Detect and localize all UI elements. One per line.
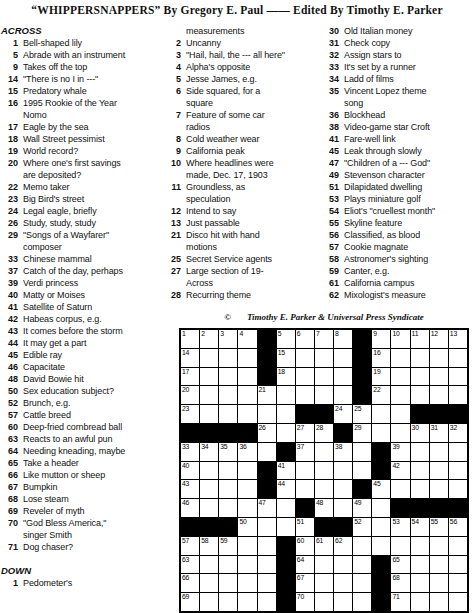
cell-number: 53 [392, 518, 399, 526]
grid-cell[interactable] [238, 349, 256, 367]
clue-text: Eliot's "cruellest month" [344, 205, 473, 217]
grid-cell[interactable] [372, 518, 390, 536]
clue-number: 52 [1, 397, 18, 409]
grid-cell[interactable] [411, 537, 429, 555]
grid-cell[interactable] [258, 405, 276, 423]
grid-cell[interactable] [391, 386, 409, 404]
clue-text: Takes off the top [23, 61, 164, 73]
grid-cell[interactable]: 33 [181, 443, 199, 461]
clue-item: 60Deep-fried cornbread ball [1, 421, 164, 433]
clue-text: Secret Service agents [186, 253, 323, 265]
grid-cell[interactable]: 63 [181, 556, 199, 574]
grid-cell[interactable] [430, 574, 448, 592]
clue-number [166, 25, 181, 37]
clue-text: Eagle by the sea [23, 121, 164, 133]
black-square [334, 424, 352, 442]
grid-cell[interactable] [258, 556, 276, 574]
grid-cell[interactable] [334, 499, 352, 517]
black-square [449, 499, 467, 517]
black-square [181, 518, 199, 536]
grid-cell[interactable] [372, 405, 390, 423]
grid-cell[interactable] [449, 349, 467, 367]
grid-cell[interactable] [200, 556, 218, 574]
clue-number: 65 [1, 457, 18, 469]
grid-cell[interactable] [258, 518, 276, 536]
grid-cell[interactable]: 14 [181, 349, 199, 367]
grid-cell[interactable] [296, 349, 314, 367]
grid-cell[interactable] [277, 424, 295, 442]
clue-text: Lose steam [23, 493, 164, 505]
grid-cell[interactable] [200, 574, 218, 592]
clue-item: 62Mixologist's measure [324, 289, 473, 301]
grid-cell[interactable] [238, 386, 256, 404]
clue-number: 29 [1, 229, 18, 253]
clue-item: 65Take a header [1, 457, 164, 469]
cell-number: 4 [239, 330, 243, 338]
grid-cell[interactable] [219, 462, 237, 480]
grid-cell[interactable]: 11 [411, 330, 429, 348]
cell-number: 3 [220, 330, 224, 338]
grid-cell[interactable]: 10 [391, 330, 409, 348]
cell-number: 11 [412, 330, 419, 338]
cell-number: 33 [182, 443, 189, 451]
clue-column-3: 30Old Italian money31Check copy32Assign … [324, 25, 473, 301]
clue-item: 13Just passable [166, 217, 323, 229]
black-square [353, 330, 371, 348]
clue-item: 45Leak through slowly [324, 145, 473, 157]
grid-cell[interactable]: 69 [181, 593, 199, 611]
clue-item: 53Plays miniature golf [324, 193, 473, 205]
grid-cell[interactable] [219, 405, 237, 423]
grid-cell[interactable]: 57 [181, 537, 199, 555]
clue-text: 1995 Rookie of the Year Nomo [23, 97, 164, 121]
grid-cell[interactable]: 36 [238, 443, 256, 461]
clue-number: 1 [1, 37, 18, 49]
clue-text: World record? [23, 145, 164, 157]
grid-cell[interactable] [238, 405, 256, 423]
grid-cell[interactable]: 30 [411, 424, 429, 442]
clue-number: 8 [166, 133, 181, 145]
grid-cell[interactable]: 55 [430, 518, 448, 536]
grid-cell[interactable]: 65 [391, 556, 409, 574]
grid-cell[interactable] [430, 480, 448, 498]
grid-cell[interactable]: 3 [219, 330, 237, 348]
grid-cell[interactable]: 13 [449, 330, 467, 348]
grid-cell[interactable] [277, 405, 295, 423]
grid-cell[interactable]: 35 [219, 443, 237, 461]
clue-text: Leak through slowly [344, 145, 473, 157]
grid-cell[interactable] [430, 593, 448, 611]
black-square [296, 405, 314, 423]
grid-cell[interactable] [353, 556, 371, 574]
cell-number: 28 [316, 424, 323, 432]
grid-cell[interactable] [277, 518, 295, 536]
grid-cell[interactable] [391, 480, 409, 498]
grid-cell[interactable] [315, 574, 333, 592]
clue-number: 51 [324, 181, 339, 193]
cell-number: 21 [259, 386, 266, 394]
grid-cell[interactable] [430, 368, 448, 386]
grid-cell[interactable]: 47 [258, 499, 276, 517]
grid-cell[interactable]: 12 [430, 330, 448, 348]
grid-cell[interactable] [449, 593, 467, 611]
clue-number: 7 [166, 109, 181, 133]
grid-cell[interactable]: 39 [391, 443, 409, 461]
grid-cell[interactable] [219, 368, 237, 386]
grid-cell[interactable] [411, 368, 429, 386]
grid-cell[interactable] [238, 556, 256, 574]
grid-cell[interactable] [334, 593, 352, 611]
clue-number: 60 [1, 421, 18, 433]
grid-cell[interactable]: 64 [296, 556, 314, 574]
clue-number: 69 [1, 505, 18, 517]
grid-cell[interactable]: 1 [181, 330, 199, 348]
grid-cell[interactable] [372, 537, 390, 555]
grid-cell[interactable] [238, 462, 256, 480]
grid-cell[interactable] [391, 405, 409, 423]
grid-cell[interactable]: 49 [353, 499, 371, 517]
black-square [277, 593, 295, 611]
cell-number: 20 [182, 386, 189, 394]
clue-item: 52Brunch, e.g. [1, 397, 164, 409]
grid-cell[interactable] [200, 349, 218, 367]
grid-cell[interactable]: 43 [181, 480, 199, 498]
grid-cell[interactable]: 61 [315, 537, 333, 555]
clue-text: Sex education subject? [23, 385, 164, 397]
grid-cell[interactable] [238, 537, 256, 555]
grid-cell[interactable]: 68 [391, 574, 409, 592]
clue-item: 57Cattle breed [1, 409, 164, 421]
grid-cell[interactable] [296, 462, 314, 480]
grid-cell[interactable] [411, 349, 429, 367]
grid-cell[interactable] [353, 593, 371, 611]
grid-cell[interactable] [258, 443, 276, 461]
grid-cell[interactable] [411, 462, 429, 480]
grid-cell[interactable]: 54 [411, 518, 429, 536]
grid-cell[interactable] [430, 386, 448, 404]
grid-cell[interactable] [219, 556, 237, 574]
grid-cell[interactable]: 62 [334, 537, 352, 555]
clue-text: Abrade with an instrument [23, 49, 164, 61]
black-square [411, 405, 429, 423]
grid-cell[interactable] [200, 368, 218, 386]
grid-cell[interactable] [411, 593, 429, 611]
grid-cell[interactable]: 15 [277, 349, 295, 367]
grid-cell[interactable] [430, 556, 448, 574]
grid-cell[interactable] [296, 386, 314, 404]
clue-text: Just passable [186, 217, 323, 229]
grid-cell[interactable] [334, 480, 352, 498]
grid-cell[interactable]: 18 [277, 368, 295, 386]
grid-cell[interactable] [315, 462, 333, 480]
clue-number: 6 [166, 85, 181, 109]
grid-cell[interactable] [449, 537, 467, 555]
cell-number: 58 [201, 537, 208, 545]
grid-cell[interactable] [296, 368, 314, 386]
clue-item: 41Fare-well link [324, 133, 473, 145]
grid-cell[interactable]: 45 [372, 480, 390, 498]
cell-number: 1 [182, 330, 186, 338]
grid-cell[interactable]: 20 [181, 386, 199, 404]
clue-item: 48David Bowie hit [1, 373, 164, 385]
grid-cell[interactable]: 8 [334, 330, 352, 348]
clue-text: Astronomer's sighting [344, 253, 473, 265]
grid-cell[interactable] [334, 386, 352, 404]
cell-number: 63 [182, 556, 189, 564]
grid-cell[interactable] [391, 424, 409, 442]
clue-number: 15 [1, 85, 18, 97]
grid-cell[interactable] [353, 443, 371, 461]
clue-number: 14 [1, 73, 18, 85]
grid-cell[interactable] [353, 462, 371, 480]
grid-cell[interactable] [391, 537, 409, 555]
grid-cell[interactable] [449, 480, 467, 498]
cell-number: 22 [373, 386, 380, 394]
clue-number: 62 [324, 289, 339, 301]
grid-cell[interactable]: 58 [200, 537, 218, 555]
grid-cell[interactable] [200, 462, 218, 480]
clue-item: 43It comes before the storm [1, 325, 164, 337]
clue-item: 161995 Rookie of the Year Nomo [1, 97, 164, 121]
grid-cell[interactable] [238, 368, 256, 386]
grid-cell[interactable] [219, 349, 237, 367]
clue-item: 70"God Bless America," singer Smith [1, 517, 164, 541]
cell-number: 7 [316, 330, 320, 338]
cell-number: 23 [182, 405, 189, 413]
grid-cell[interactable]: 53 [391, 518, 409, 536]
grid-cell[interactable] [315, 443, 333, 461]
grid-cell[interactable] [277, 386, 295, 404]
grid-cell[interactable]: 29 [353, 424, 371, 442]
clue-text: Dog chaser? [23, 541, 164, 553]
grid-cell[interactable]: 40 [181, 462, 199, 480]
grid-cell[interactable] [430, 462, 448, 480]
cell-number: 35 [220, 443, 227, 451]
clue-text: Assign stars to [344, 49, 473, 61]
grid-cell[interactable] [353, 537, 371, 555]
grid-cell[interactable] [411, 556, 429, 574]
grid-cell[interactable]: 37 [296, 443, 314, 461]
grid-cell[interactable]: 71 [391, 593, 409, 611]
clue-text: Large section of 19- Across [186, 265, 323, 289]
clue-item: 27Large section of 19- Across [166, 265, 323, 289]
grid-cell[interactable] [238, 480, 256, 498]
clue-item: 42Habeas corpus, e.g. [1, 313, 164, 325]
grid-cell[interactable] [430, 537, 448, 555]
cell-number: 17 [182, 368, 189, 376]
grid-cell[interactable] [315, 349, 333, 367]
grid-cell[interactable] [219, 386, 237, 404]
grid-cell[interactable]: 38 [334, 443, 352, 461]
grid-cell[interactable] [449, 462, 467, 480]
crossword-puzzle-page: “WHIPPERSNAPPERS” By Gregory E. Paul —— … [0, 0, 474, 613]
black-square [353, 368, 371, 386]
grid-cell[interactable] [258, 537, 276, 555]
grid-cell[interactable] [449, 574, 467, 592]
grid-cell[interactable]: 60 [296, 537, 314, 555]
grid-cell[interactable] [449, 443, 467, 461]
grid-cell[interactable]: 4 [238, 330, 256, 348]
grid-cell[interactable]: 48 [315, 499, 333, 517]
clue-item: 33Chinese mammal [1, 253, 164, 265]
grid-cell[interactable]: 19 [372, 368, 390, 386]
grid-cell[interactable] [219, 499, 237, 517]
clue-item: 61California campus [324, 277, 473, 289]
grid-cell[interactable] [258, 593, 276, 611]
grid-cell[interactable]: 46 [181, 499, 199, 517]
grid-cell[interactable] [200, 480, 218, 498]
grid-cell[interactable] [449, 386, 467, 404]
black-square [258, 368, 276, 386]
clue-number: 54 [324, 205, 339, 217]
clue-number: 57 [1, 409, 18, 421]
grid-cell[interactable]: 34 [200, 443, 218, 461]
grid-cell[interactable] [219, 593, 237, 611]
grid-cell[interactable] [219, 574, 237, 592]
clue-number: 46 [1, 361, 18, 373]
clue-number: 63 [1, 433, 18, 445]
grid-cell[interactable]: 41 [277, 462, 295, 480]
clue-number: 28 [166, 289, 181, 301]
cell-number: 9 [373, 330, 377, 338]
grid-cell[interactable] [411, 386, 429, 404]
clue-text: It's set by a runner [344, 61, 473, 73]
grid-cell[interactable] [315, 368, 333, 386]
clue-item: 37Catch of the day, perhaps [1, 265, 164, 277]
grid-cell[interactable] [411, 443, 429, 461]
grid-cell[interactable]: 6 [296, 330, 314, 348]
grid-cell[interactable] [277, 499, 295, 517]
grid-cell[interactable]: 32 [449, 424, 467, 442]
cell-number: 67 [297, 574, 304, 582]
grid-cell[interactable]: 66 [181, 574, 199, 592]
grid-cell[interactable]: 42 [391, 462, 409, 480]
grid-cell[interactable] [334, 574, 352, 592]
clue-text: "Songs of a Wayfarer" composer [23, 229, 164, 253]
clue-text: "Hail, hail, the --- all here" [186, 49, 323, 61]
clue-text: Study, study, study [23, 217, 164, 229]
clue-number: 27 [166, 265, 181, 289]
grid-cell[interactable]: 16 [372, 349, 390, 367]
grid-cell[interactable]: 56 [449, 518, 467, 536]
grid-cell[interactable]: 59 [219, 537, 237, 555]
grid-cell[interactable]: 5 [277, 330, 295, 348]
clue-number: 22 [1, 181, 18, 193]
grid-cell[interactable] [238, 499, 256, 517]
clue-item: 21Disco hit with hand motions [166, 229, 323, 253]
grid-cell[interactable] [411, 480, 429, 498]
black-square [315, 405, 333, 423]
grid-cell[interactable] [200, 499, 218, 517]
clue-item: 67Bumpkin [1, 481, 164, 493]
cell-number: 43 [182, 480, 189, 488]
grid-cell[interactable]: 22 [372, 386, 390, 404]
black-square [219, 424, 237, 442]
grid-cell[interactable] [449, 556, 467, 574]
grid-cell[interactable]: 44 [277, 480, 295, 498]
grid-cell[interactable] [430, 349, 448, 367]
grid-cell[interactable] [334, 556, 352, 574]
grid-cell[interactable]: 24 [334, 405, 352, 423]
clue-text: Chinese mammal [23, 253, 164, 265]
clue-text: Classified, as blood [344, 229, 473, 241]
grid-cell[interactable] [238, 574, 256, 592]
grid-cell[interactable] [315, 593, 333, 611]
clue-text: Deep-fried cornbread ball [23, 421, 164, 433]
grid-cell[interactable] [315, 556, 333, 574]
grid-cell[interactable]: 26 [258, 424, 276, 442]
grid-cell[interactable] [219, 480, 237, 498]
grid-cell[interactable]: 52 [353, 518, 371, 536]
grid-cell[interactable] [353, 574, 371, 592]
cell-number: 5 [278, 330, 282, 338]
grid-cell[interactable]: 17 [181, 368, 199, 386]
cell-number: 38 [335, 443, 342, 451]
grid-cell[interactable] [315, 386, 333, 404]
clue-text: Big Bird's street [23, 193, 164, 205]
clue-text: Jesse James, e.g. [186, 73, 323, 85]
clue-number: 5 [166, 73, 181, 85]
grid-cell[interactable]: 9 [372, 330, 390, 348]
grid-cell[interactable]: 27 [296, 424, 314, 442]
copyright-text: Timothy E. Parker & Universal Press Synd… [247, 312, 424, 322]
grid-cell[interactable] [296, 480, 314, 498]
clue-number: 42 [1, 313, 18, 325]
grid-cell[interactable]: 70 [296, 593, 314, 611]
clue-number: 53 [324, 193, 339, 205]
cell-number: 12 [431, 330, 438, 338]
grid-cell[interactable] [372, 424, 390, 442]
grid-cell[interactable] [334, 462, 352, 480]
grid-cell[interactable] [315, 480, 333, 498]
clue-item: 66Like mutton or sheep [1, 469, 164, 481]
grid-cell[interactable]: 50 [238, 518, 256, 536]
grid-cell[interactable]: 25 [353, 405, 371, 423]
grid-cell[interactable] [200, 386, 218, 404]
grid-cell[interactable]: 67 [296, 574, 314, 592]
black-square [391, 499, 409, 517]
grid-cell[interactable]: 2 [200, 330, 218, 348]
grid-cell[interactable] [430, 443, 448, 461]
cell-number: 13 [450, 330, 457, 338]
grid-cell[interactable]: 51 [296, 518, 314, 536]
grid-cell[interactable] [372, 499, 390, 517]
grid-cell[interactable] [334, 368, 352, 386]
grid-cell[interactable] [200, 593, 218, 611]
grid-cell[interactable] [391, 368, 409, 386]
clue-text: Brunch, e.g. [23, 397, 164, 409]
grid-cell[interactable] [238, 593, 256, 611]
clue-text: California campus [344, 277, 473, 289]
grid-cell[interactable] [334, 349, 352, 367]
clue-item: 56Classified, as blood [324, 229, 473, 241]
grid-cell[interactable]: 7 [315, 330, 333, 348]
grid-cell[interactable]: 23 [181, 405, 199, 423]
grid-cell[interactable]: 28 [315, 424, 333, 442]
grid-cell[interactable] [411, 574, 429, 592]
grid-cell[interactable] [200, 405, 218, 423]
grid-cell[interactable] [391, 349, 409, 367]
grid-cell[interactable] [258, 574, 276, 592]
grid-cell[interactable]: 31 [430, 424, 448, 442]
grid-cell[interactable] [449, 368, 467, 386]
clue-number: 68 [1, 493, 18, 505]
clue-text: Cookie magnate [344, 241, 473, 253]
clue-item: 69Reveler of myth [1, 505, 164, 517]
grid-cell[interactable]: 21 [258, 386, 276, 404]
cell-number: 45 [373, 480, 380, 488]
clue-column-2: measurements2Uncanny3"Hail, hail, the --… [166, 25, 323, 301]
